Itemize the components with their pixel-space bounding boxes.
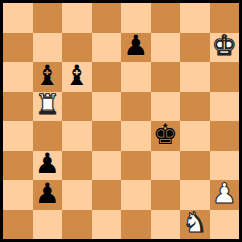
chess-board: ♟♚♝♝♜♚♟♟♟♞ xyxy=(3,3,239,239)
square-f8[interactable] xyxy=(151,3,181,33)
square-g5[interactable] xyxy=(180,92,210,122)
square-c4[interactable] xyxy=(62,121,92,151)
square-f6[interactable] xyxy=(151,62,181,92)
square-d6[interactable] xyxy=(92,62,122,92)
square-d3[interactable] xyxy=(92,151,122,181)
square-b4[interactable] xyxy=(33,121,63,151)
square-a7[interactable] xyxy=(3,33,33,63)
square-f3[interactable] xyxy=(151,151,181,181)
square-b5[interactable]: ♜ xyxy=(33,92,63,122)
white-knight: ♞ xyxy=(182,210,207,238)
square-e1[interactable] xyxy=(121,210,151,240)
black-bishop: ♝ xyxy=(35,62,60,90)
black-pawn: ♟ xyxy=(35,180,60,208)
square-f4[interactable]: ♚ xyxy=(151,121,181,151)
square-e2[interactable] xyxy=(121,180,151,210)
square-f1[interactable] xyxy=(151,210,181,240)
square-b6[interactable]: ♝ xyxy=(33,62,63,92)
square-e6[interactable] xyxy=(121,62,151,92)
square-g1[interactable]: ♞ xyxy=(180,210,210,240)
square-g4[interactable] xyxy=(180,121,210,151)
square-g3[interactable] xyxy=(180,151,210,181)
square-c7[interactable] xyxy=(62,33,92,63)
board-frame: ♟♚♝♝♜♚♟♟♟♞ xyxy=(0,0,242,242)
square-c6[interactable]: ♝ xyxy=(62,62,92,92)
square-b8[interactable] xyxy=(33,3,63,33)
square-c1[interactable] xyxy=(62,210,92,240)
square-a5[interactable] xyxy=(3,92,33,122)
square-d4[interactable] xyxy=(92,121,122,151)
square-a6[interactable] xyxy=(3,62,33,92)
square-a3[interactable] xyxy=(3,151,33,181)
square-h1[interactable] xyxy=(210,210,240,240)
square-a1[interactable] xyxy=(3,210,33,240)
square-h7[interactable]: ♚ xyxy=(210,33,240,63)
square-a4[interactable] xyxy=(3,121,33,151)
square-h8[interactable] xyxy=(210,3,240,33)
square-e3[interactable] xyxy=(121,151,151,181)
square-g2[interactable] xyxy=(180,180,210,210)
square-h6[interactable] xyxy=(210,62,240,92)
square-b2[interactable]: ♟ xyxy=(33,180,63,210)
white-pawn: ♟ xyxy=(212,180,237,208)
square-c8[interactable] xyxy=(62,3,92,33)
square-h3[interactable] xyxy=(210,151,240,181)
square-c3[interactable] xyxy=(62,151,92,181)
square-f2[interactable] xyxy=(151,180,181,210)
square-e7[interactable]: ♟ xyxy=(121,33,151,63)
square-h5[interactable] xyxy=(210,92,240,122)
square-d5[interactable] xyxy=(92,92,122,122)
square-d2[interactable] xyxy=(92,180,122,210)
square-b3[interactable]: ♟ xyxy=(33,151,63,181)
square-b1[interactable] xyxy=(33,210,63,240)
square-g7[interactable] xyxy=(180,33,210,63)
square-d1[interactable] xyxy=(92,210,122,240)
square-c2[interactable] xyxy=(62,180,92,210)
black-bishop: ♝ xyxy=(64,62,89,90)
square-d7[interactable] xyxy=(92,33,122,63)
square-a8[interactable] xyxy=(3,3,33,33)
square-f7[interactable] xyxy=(151,33,181,63)
white-king: ♚ xyxy=(212,33,237,61)
square-c5[interactable] xyxy=(62,92,92,122)
black-pawn: ♟ xyxy=(35,151,60,179)
square-h2[interactable]: ♟ xyxy=(210,180,240,210)
square-d8[interactable] xyxy=(92,3,122,33)
square-a2[interactable] xyxy=(3,180,33,210)
black-king: ♚ xyxy=(153,121,178,149)
square-e5[interactable] xyxy=(121,92,151,122)
black-pawn: ♟ xyxy=(123,33,148,61)
square-e4[interactable] xyxy=(121,121,151,151)
white-rook: ♜ xyxy=(35,92,60,120)
square-e8[interactable] xyxy=(121,3,151,33)
square-g6[interactable] xyxy=(180,62,210,92)
square-g8[interactable] xyxy=(180,3,210,33)
square-h4[interactable] xyxy=(210,121,240,151)
square-b7[interactable] xyxy=(33,33,63,63)
square-f5[interactable] xyxy=(151,92,181,122)
